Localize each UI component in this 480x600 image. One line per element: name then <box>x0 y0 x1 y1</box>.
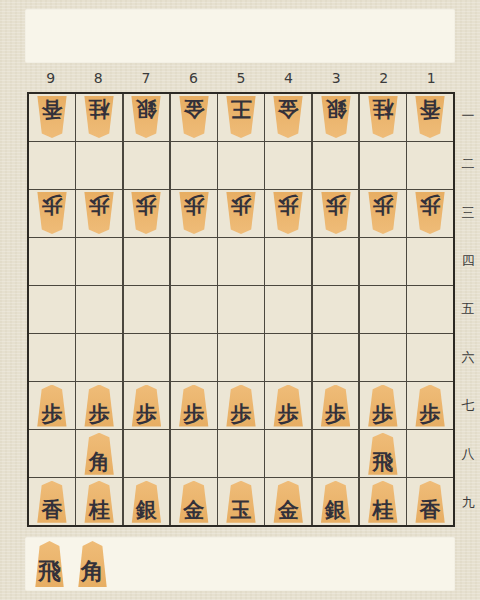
shogi-piece-歩[interactable]: 歩 <box>224 192 258 234</box>
piece-kanji: 歩 <box>278 403 299 424</box>
shogi-piece-歩[interactable]: 歩 <box>319 192 353 234</box>
board-cell-8五[interactable] <box>76 286 122 333</box>
board-cell-6三[interactable]: 歩 <box>171 190 217 237</box>
shogi-piece-歩[interactable]: 歩 <box>177 192 211 234</box>
board-cell-7二[interactable] <box>124 142 170 189</box>
board-cell-2四[interactable] <box>360 238 406 285</box>
board-cell-3四[interactable] <box>313 238 359 285</box>
shogi-piece-歩[interactable]: 歩 <box>35 192 69 234</box>
file-label-1: 1 <box>407 66 455 90</box>
board-cell-6一[interactable]: 金 <box>171 94 217 141</box>
board-cell-1八[interactable] <box>407 430 453 477</box>
shogi-piece-桂[interactable]: 桂 <box>82 481 116 523</box>
shogi-piece-歩[interactable]: 歩 <box>319 385 353 427</box>
shogi-piece-香[interactable]: 香 <box>35 481 69 523</box>
board-cell-6二[interactable] <box>171 142 217 189</box>
board-cell-1五[interactable] <box>407 286 453 333</box>
piece-kanji: 桂 <box>89 499 110 520</box>
shogi-piece-歩[interactable]: 歩 <box>129 385 163 427</box>
piece-kanji: 歩 <box>41 403 62 424</box>
board-cell-3八[interactable] <box>313 430 359 477</box>
piece-kanji: 歩 <box>325 195 346 216</box>
board-cell-9九[interactable]: 香 <box>29 478 75 525</box>
shogi-piece-歩[interactable]: 歩 <box>271 192 305 234</box>
board-cell-1三[interactable]: 歩 <box>407 190 453 237</box>
shogi-piece-歩[interactable]: 歩 <box>129 192 163 234</box>
file-label-6: 6 <box>170 66 218 90</box>
sente-hand-tray: 飛角 <box>25 537 455 591</box>
board-cell-9四[interactable] <box>29 238 75 285</box>
board-cell-4七[interactable]: 歩 <box>265 382 311 429</box>
board-cell-7四[interactable] <box>124 238 170 285</box>
shogi-piece-歩[interactable]: 歩 <box>413 192 447 234</box>
piece-kanji: 桂 <box>372 99 393 120</box>
board-cell-4三[interactable]: 歩 <box>265 190 311 237</box>
shogi-piece-玉[interactable]: 玉 <box>224 481 258 523</box>
board-cell-4九[interactable]: 金 <box>265 478 311 525</box>
shogi-piece-飛[interactable]: 飛 <box>33 541 66 587</box>
shogi-piece-歩[interactable]: 歩 <box>413 385 447 427</box>
board-cell-4六[interactable] <box>265 334 311 381</box>
board-cell-8三[interactable]: 歩 <box>76 190 122 237</box>
board-cell-2一[interactable]: 桂 <box>360 94 406 141</box>
board-cell-6四[interactable] <box>171 238 217 285</box>
piece-kanji: 香 <box>41 499 62 520</box>
shogi-piece-王[interactable]: 王 <box>224 96 258 138</box>
shogi-piece-歩[interactable]: 歩 <box>366 385 400 427</box>
board-cell-6九[interactable]: 金 <box>171 478 217 525</box>
shogi-piece-銀[interactable]: 銀 <box>319 96 353 138</box>
shogi-piece-銀[interactable]: 銀 <box>319 481 353 523</box>
shogi-piece-歩[interactable]: 歩 <box>271 385 305 427</box>
rank-label-4: 四 <box>458 237 478 285</box>
piece-kanji: 歩 <box>136 195 157 216</box>
board-cell-7八[interactable] <box>124 430 170 477</box>
piece-kanji: 銀 <box>325 499 346 520</box>
piece-kanji: 金 <box>183 99 204 120</box>
board-cell-5三[interactable]: 歩 <box>218 190 264 237</box>
shogi-piece-桂[interactable]: 桂 <box>366 96 400 138</box>
board-cell-6六[interactable] <box>171 334 217 381</box>
board-cell-2二[interactable] <box>360 142 406 189</box>
board-cell-1七[interactable]: 歩 <box>407 382 453 429</box>
board-cell-2九[interactable]: 桂 <box>360 478 406 525</box>
piece-kanji: 飛 <box>38 560 61 583</box>
piece-kanji: 歩 <box>230 403 251 424</box>
rank-label-2: 二 <box>458 140 478 188</box>
piece-kanji: 銀 <box>136 499 157 520</box>
piece-kanji: 金 <box>183 499 204 520</box>
rank-label-8: 八 <box>458 430 478 478</box>
shogi-piece-香[interactable]: 香 <box>413 481 447 523</box>
piece-kanji: 銀 <box>136 99 157 120</box>
board-cell-6八[interactable] <box>171 430 217 477</box>
piece-kanji: 王 <box>230 99 251 120</box>
shogi-piece-歩[interactable]: 歩 <box>224 385 258 427</box>
board-cell-7五[interactable] <box>124 286 170 333</box>
file-label-7: 7 <box>122 66 170 90</box>
shogi-piece-金[interactable]: 金 <box>271 96 305 138</box>
board-cell-8六[interactable] <box>76 334 122 381</box>
file-label-9: 9 <box>27 66 75 90</box>
shogi-piece-歩[interactable]: 歩 <box>177 385 211 427</box>
board-cell-1九[interactable]: 香 <box>407 478 453 525</box>
board-cell-5七[interactable]: 歩 <box>218 382 264 429</box>
rank-label-9: 九 <box>458 479 478 527</box>
board-cell-1二[interactable] <box>407 142 453 189</box>
board-cell-8八[interactable]: 角 <box>76 430 122 477</box>
board-cell-5六[interactable] <box>218 334 264 381</box>
shogi-piece-歩[interactable]: 歩 <box>366 192 400 234</box>
board-cell-4一[interactable]: 金 <box>265 94 311 141</box>
board-cell-3七[interactable]: 歩 <box>313 382 359 429</box>
shogi-piece-金[interactable]: 金 <box>177 481 211 523</box>
piece-kanji: 桂 <box>89 99 110 120</box>
piece-kanji: 角 <box>89 451 110 472</box>
board-cell-9一[interactable]: 香 <box>29 94 75 141</box>
board-cell-5二[interactable] <box>218 142 264 189</box>
piece-kanji: 歩 <box>183 195 204 216</box>
board-cell-2五[interactable] <box>360 286 406 333</box>
rank-label-6: 六 <box>458 334 478 382</box>
board-cell-7六[interactable] <box>124 334 170 381</box>
board-cell-9五[interactable] <box>29 286 75 333</box>
board-cell-9六[interactable] <box>29 334 75 381</box>
piece-kanji: 金 <box>278 499 299 520</box>
board-cell-9三[interactable]: 歩 <box>29 190 75 237</box>
shogi-piece-桂[interactable]: 桂 <box>82 96 116 138</box>
shogi-piece-飛[interactable]: 飛 <box>366 433 400 475</box>
piece-kanji: 飛 <box>372 451 393 472</box>
board-cell-9二[interactable] <box>29 142 75 189</box>
piece-kanji: 桂 <box>372 499 393 520</box>
shogi-piece-桂[interactable]: 桂 <box>366 481 400 523</box>
board-cell-6七[interactable]: 歩 <box>171 382 217 429</box>
board-cell-1六[interactable] <box>407 334 453 381</box>
gote-hand-tray <box>25 9 455 63</box>
board-cell-4四[interactable] <box>265 238 311 285</box>
rank-labels: 一二三四五六七八九 <box>458 92 478 527</box>
piece-kanji: 香 <box>420 499 441 520</box>
board-cell-4二[interactable] <box>265 142 311 189</box>
piece-kanji: 銀 <box>325 99 346 120</box>
board-cell-3九[interactable]: 銀 <box>313 478 359 525</box>
piece-kanji: 玉 <box>230 499 251 520</box>
shogi-board: 香桂銀金王金銀桂香歩歩歩歩歩歩歩歩歩歩歩歩歩歩歩歩歩歩角飛香桂銀金玉金銀桂香 <box>27 92 455 527</box>
piece-kanji: 歩 <box>372 403 393 424</box>
board-cell-9七[interactable]: 歩 <box>29 382 75 429</box>
board-cell-4五[interactable] <box>265 286 311 333</box>
file-label-5: 5 <box>217 66 265 90</box>
board-cell-8二[interactable] <box>76 142 122 189</box>
board-cell-8九[interactable]: 桂 <box>76 478 122 525</box>
rank-label-7: 七 <box>458 382 478 430</box>
board-cell-7三[interactable]: 歩 <box>124 190 170 237</box>
board-cell-5五[interactable] <box>218 286 264 333</box>
shogi-piece-金[interactable]: 金 <box>271 481 305 523</box>
board-cell-3五[interactable] <box>313 286 359 333</box>
file-label-3: 3 <box>312 66 360 90</box>
piece-kanji: 歩 <box>89 195 110 216</box>
rank-label-3: 三 <box>458 189 478 237</box>
piece-kanji: 歩 <box>325 403 346 424</box>
shogi-piece-香[interactable]: 香 <box>35 96 69 138</box>
shogi-piece-銀[interactable]: 銀 <box>129 481 163 523</box>
board-cell-3二[interactable] <box>313 142 359 189</box>
board-cell-7一[interactable]: 銀 <box>124 94 170 141</box>
piece-kanji: 香 <box>41 99 62 120</box>
piece-kanji: 歩 <box>230 195 251 216</box>
piece-kanji: 歩 <box>183 403 204 424</box>
board-cell-9八[interactable] <box>29 430 75 477</box>
board-cell-3一[interactable]: 銀 <box>313 94 359 141</box>
board-cell-5四[interactable] <box>218 238 264 285</box>
board-cell-2八[interactable]: 飛 <box>360 430 406 477</box>
board-cell-2七[interactable]: 歩 <box>360 382 406 429</box>
board-cell-8七[interactable]: 歩 <box>76 382 122 429</box>
board-cell-7七[interactable]: 歩 <box>124 382 170 429</box>
piece-kanji: 歩 <box>89 403 110 424</box>
shogi-piece-香[interactable]: 香 <box>413 96 447 138</box>
board-cell-8四[interactable] <box>76 238 122 285</box>
board-cell-4八[interactable] <box>265 430 311 477</box>
file-label-8: 8 <box>75 66 123 90</box>
board-cell-2六[interactable] <box>360 334 406 381</box>
piece-kanji: 歩 <box>136 403 157 424</box>
board-cell-5一[interactable]: 王 <box>218 94 264 141</box>
board-cell-3三[interactable]: 歩 <box>313 190 359 237</box>
board-cell-2三[interactable]: 歩 <box>360 190 406 237</box>
piece-kanji: 香 <box>420 99 441 120</box>
piece-kanji: 歩 <box>420 403 441 424</box>
shogi-piece-歩[interactable]: 歩 <box>82 192 116 234</box>
piece-kanji: 歩 <box>420 195 441 216</box>
board-cell-1一[interactable]: 香 <box>407 94 453 141</box>
piece-kanji: 角 <box>81 560 104 583</box>
board-cell-3六[interactable] <box>313 334 359 381</box>
board-cell-5九[interactable]: 玉 <box>218 478 264 525</box>
rank-label-1: 一 <box>458 92 478 140</box>
shogi-piece-金[interactable]: 金 <box>177 96 211 138</box>
board-cell-5八[interactable] <box>218 430 264 477</box>
shogi-piece-角[interactable]: 角 <box>76 541 109 587</box>
file-labels: 987654321 <box>27 66 455 90</box>
file-label-4: 4 <box>265 66 313 90</box>
piece-kanji: 金 <box>278 99 299 120</box>
board-cell-8一[interactable]: 桂 <box>76 94 122 141</box>
file-label-2: 2 <box>360 66 408 90</box>
piece-kanji: 歩 <box>278 195 299 216</box>
piece-kanji: 歩 <box>372 195 393 216</box>
shogi-piece-歩[interactable]: 歩 <box>35 385 69 427</box>
board-cell-1四[interactable] <box>407 238 453 285</box>
piece-kanji: 歩 <box>41 195 62 216</box>
shogi-piece-歩[interactable]: 歩 <box>82 385 116 427</box>
board-cell-6五[interactable] <box>171 286 217 333</box>
rank-label-5: 五 <box>458 285 478 333</box>
board-cell-7九[interactable]: 銀 <box>124 478 170 525</box>
shogi-piece-銀[interactable]: 銀 <box>129 96 163 138</box>
shogi-piece-角[interactable]: 角 <box>82 433 116 475</box>
